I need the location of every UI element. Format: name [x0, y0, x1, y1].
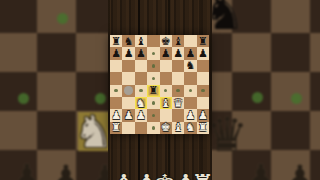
square-e7[interactable]: ♟: [160, 47, 172, 59]
background-square: [232, 72, 271, 111]
background-square: [37, 111, 76, 150]
square-a1[interactable]: ♜: [110, 122, 122, 134]
background-square: [271, 33, 310, 72]
square-g1[interactable]: ♞: [184, 122, 196, 134]
white-pawn-b2[interactable]: ♟: [124, 110, 134, 121]
square-f1[interactable]: ♝: [172, 122, 184, 134]
square-f2[interactable]: [172, 109, 184, 121]
legal-move-dot-h4[interactable]: [201, 89, 205, 93]
square-c3[interactable]: ♞: [135, 97, 147, 109]
square-g3[interactable]: [184, 97, 196, 109]
square-e4[interactable]: [160, 85, 172, 97]
black-rook-d4[interactable]: ♜: [148, 85, 158, 96]
background-square: [310, 33, 320, 72]
background-square: [271, 0, 310, 33]
background-king-top-icon: ♚: [153, 171, 176, 180]
square-e6[interactable]: [160, 60, 172, 72]
background-bishop-top-icon: ♝: [112, 171, 135, 180]
legal-move-dot-g4[interactable]: [189, 89, 193, 93]
background-square: [0, 33, 37, 72]
white-pawn-a2[interactable]: ♟: [111, 110, 121, 121]
square-c5[interactable]: [135, 72, 147, 84]
square-c2[interactable]: ♟: [135, 109, 147, 121]
legal-move-dot-a4[interactable]: [114, 89, 118, 93]
square-f8[interactable]: ♝: [172, 35, 184, 47]
legal-move-dot-d6[interactable]: [152, 64, 156, 68]
black-pawn-a7[interactable]: ♟: [111, 48, 121, 59]
square-b7[interactable]: ♟: [122, 47, 134, 59]
white-knight-g1[interactable]: ♞: [186, 122, 196, 133]
square-b6[interactable]: [122, 60, 134, 72]
square-b4[interactable]: [122, 85, 134, 97]
background-square: [37, 33, 76, 72]
legal-move-dot-d2[interactable]: [152, 114, 156, 118]
background-pawn-icon: ♟: [286, 161, 314, 180]
background-rook-top-icon: ♜: [191, 171, 214, 180]
hover-marker-circle: [124, 86, 133, 95]
background-square: [310, 72, 320, 111]
square-h8[interactable]: ♜: [197, 35, 209, 47]
black-pawn-b7[interactable]: ♟: [124, 48, 134, 59]
square-h2[interactable]: ♟: [197, 109, 209, 121]
black-pawn-f7[interactable]: ♟: [173, 48, 183, 59]
square-h6[interactable]: [197, 60, 209, 72]
square-d3[interactable]: [147, 97, 159, 109]
square-f3[interactable]: ♛: [172, 97, 184, 109]
legal-move-dot-e4[interactable]: [164, 89, 168, 93]
square-e8[interactable]: ♚: [160, 35, 172, 47]
background-square: [271, 72, 310, 111]
black-king-e8[interactable]: ♚: [161, 36, 171, 47]
white-queen-f3[interactable]: ♛: [173, 98, 183, 109]
black-pawn-c7[interactable]: ♟: [136, 48, 146, 59]
background-queen-silhouette-icon: ♛: [206, 111, 248, 158]
white-knight-c3[interactable]: ♞: [136, 98, 146, 109]
square-f7[interactable]: ♟: [172, 47, 184, 59]
white-pawn-c2[interactable]: ♟: [136, 110, 146, 121]
background-square: [310, 111, 320, 150]
square-e1[interactable]: ♚: [160, 122, 172, 134]
square-d6[interactable]: [147, 60, 159, 72]
background-square: [271, 111, 310, 150]
square-d7[interactable]: [147, 47, 159, 59]
square-b8[interactable]: ♞: [122, 35, 134, 47]
square-d5[interactable]: [147, 72, 159, 84]
square-g7[interactable]: ♟: [184, 47, 196, 59]
white-pawn-g2[interactable]: ♟: [186, 110, 196, 121]
black-rook-h8[interactable]: ♜: [198, 36, 208, 47]
background-pawn-icon: ♟: [247, 160, 275, 180]
legal-move-dot-d3[interactable]: [152, 101, 156, 105]
black-pawn-h7[interactable]: ♟: [198, 48, 208, 59]
square-c8[interactable]: ♝: [135, 35, 147, 47]
white-bishop-f1[interactable]: ♝: [173, 122, 183, 133]
square-b5[interactable]: [122, 72, 134, 84]
background-move-dot: [95, 93, 106, 104]
background-move-dot: [57, 13, 68, 24]
square-h1[interactable]: ♜: [197, 122, 209, 134]
background-square: [37, 72, 76, 111]
square-f4[interactable]: [172, 85, 184, 97]
square-a7[interactable]: ♟: [110, 47, 122, 59]
black-bishop-c8[interactable]: ♝: [136, 36, 146, 47]
square-c1[interactable]: [135, 122, 147, 134]
legal-move-dot-d1[interactable]: [152, 126, 156, 130]
background-move-dot: [291, 93, 302, 104]
square-e3[interactable]: ♝: [160, 97, 172, 109]
square-a8[interactable]: ♜: [110, 35, 122, 47]
legal-move-dot-f4[interactable]: [176, 89, 180, 93]
square-b1[interactable]: [122, 122, 134, 134]
square-g2[interactable]: ♟: [184, 109, 196, 121]
square-d1[interactable]: [147, 122, 159, 134]
square-f6[interactable]: [172, 60, 184, 72]
white-rook-h1[interactable]: ♜: [198, 122, 208, 133]
background-pawn-icon: ♟: [13, 160, 41, 180]
black-rook-a8[interactable]: ♜: [111, 36, 121, 47]
square-g4[interactable]: [184, 85, 196, 97]
legal-move-dot-d5[interactable]: [152, 77, 156, 81]
square-a6[interactable]: [110, 60, 122, 72]
black-bishop-f8[interactable]: ♝: [173, 36, 183, 47]
square-a5[interactable]: [110, 72, 122, 84]
background-square: [0, 111, 37, 150]
square-c6[interactable]: [135, 60, 147, 72]
white-pawn-h2[interactable]: ♟: [198, 110, 208, 121]
background-move-dot: [252, 92, 263, 103]
square-g8[interactable]: [184, 35, 196, 47]
square-h3[interactable]: [197, 97, 209, 109]
square-h4[interactable]: [197, 85, 209, 97]
square-f5[interactable]: [172, 72, 184, 84]
square-e5[interactable]: [160, 72, 172, 84]
chess-board[interactable]: ♜♞♝♚♝♜♟♟♟♟♟♟♟♞♜♞♝♛♟♟♟♟♟♜♚♝♞♜: [110, 35, 209, 134]
legal-move-dot-c4[interactable]: [139, 89, 143, 93]
square-d2[interactable]: [147, 109, 159, 121]
background-move-dot: [18, 93, 29, 104]
black-knight-g6[interactable]: ♞: [186, 60, 196, 71]
square-a3[interactable]: [110, 97, 122, 109]
square-g6[interactable]: ♞: [184, 60, 196, 72]
square-h5[interactable]: [197, 72, 209, 84]
white-rook-a1[interactable]: ♜: [111, 122, 121, 133]
video-frame: ♞ ♞ ♛ ♟ ♟ ♟ ♟ ♟ ♝ ♟ ♚ ♟ ♜ ♜♞♝♚♝♜♟♟♟♟♟♟♟♞…: [0, 0, 320, 180]
square-b3[interactable]: [122, 97, 134, 109]
square-c4[interactable]: [135, 85, 147, 97]
square-a4[interactable]: [110, 85, 122, 97]
square-a2[interactable]: ♟: [110, 109, 122, 121]
black-knight-b8[interactable]: ♞: [124, 36, 134, 47]
background-square: [0, 72, 37, 111]
background-square: [0, 0, 37, 33]
square-d4[interactable]: ♜: [147, 85, 159, 97]
black-pawn-g7[interactable]: ♟: [186, 48, 196, 59]
square-b2[interactable]: ♟: [122, 109, 134, 121]
black-pawn-e7[interactable]: ♟: [161, 48, 171, 59]
square-c7[interactable]: ♟: [135, 47, 147, 59]
background-pawn-icon: ♟: [52, 161, 80, 180]
square-e2[interactable]: [160, 109, 172, 121]
square-h7[interactable]: ♟: [197, 47, 209, 59]
square-d8[interactable]: [147, 35, 159, 47]
legal-move-dot-d7[interactable]: [152, 52, 156, 56]
square-g5[interactable]: [184, 72, 196, 84]
white-bishop-e3[interactable]: ♝: [161, 98, 171, 109]
white-king-e1[interactable]: ♚: [161, 122, 171, 133]
background-square: [310, 0, 320, 33]
